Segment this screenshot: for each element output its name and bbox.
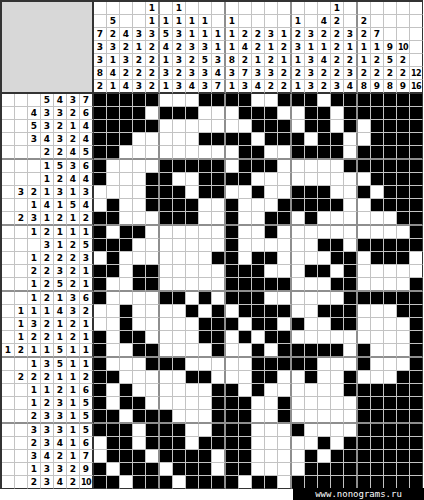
board-cell[interactable] xyxy=(212,278,226,292)
board-cell[interactable] xyxy=(278,371,292,384)
board-cell[interactable] xyxy=(410,186,423,199)
board-cell[interactable] xyxy=(212,212,226,226)
board-cell[interactable] xyxy=(146,397,160,410)
board-cell[interactable] xyxy=(252,463,265,476)
board-cell[interactable] xyxy=(384,199,397,212)
board-cell[interactable] xyxy=(344,450,358,463)
board-cell[interactable] xyxy=(371,265,384,278)
board-cell[interactable] xyxy=(173,450,186,463)
board-cell[interactable] xyxy=(212,252,226,265)
board-cell[interactable] xyxy=(239,146,252,160)
board-cell[interactable] xyxy=(133,278,146,292)
board-cell[interactable] xyxy=(410,160,423,173)
board-cell[interactable] xyxy=(212,344,226,358)
board-cell[interactable] xyxy=(331,94,344,107)
board-cell[interactable] xyxy=(397,358,410,371)
board-cell[interactable] xyxy=(173,146,186,160)
board-cell[interactable] xyxy=(358,199,371,212)
board-cell[interactable] xyxy=(120,146,133,160)
board-cell[interactable] xyxy=(146,226,160,239)
board-cell[interactable] xyxy=(239,199,252,212)
board-cell[interactable] xyxy=(239,292,252,305)
board-cell[interactable] xyxy=(160,450,173,463)
board-cell[interactable] xyxy=(107,371,120,384)
board-cell[interactable] xyxy=(371,199,384,212)
board-cell[interactable] xyxy=(252,424,265,437)
board-cell[interactable] xyxy=(331,226,344,239)
board-cell[interactable] xyxy=(397,107,410,120)
board-cell[interactable] xyxy=(278,463,292,476)
board-cell[interactable] xyxy=(94,173,107,186)
board-cell[interactable] xyxy=(410,265,423,278)
board-cell[interactable] xyxy=(265,331,278,344)
board-cell[interactable] xyxy=(252,371,265,384)
board-cell[interactable] xyxy=(120,120,133,133)
board-cell[interactable] xyxy=(146,371,160,384)
board-cell[interactable] xyxy=(384,371,397,384)
board-cell[interactable] xyxy=(384,331,397,344)
board-cell[interactable] xyxy=(160,305,173,318)
board-cell[interactable] xyxy=(410,199,423,212)
board-cell[interactable] xyxy=(107,344,120,358)
board-cell[interactable] xyxy=(292,252,305,265)
board-cell[interactable] xyxy=(397,265,410,278)
board-cell[interactable] xyxy=(344,410,358,424)
board-cell[interactable] xyxy=(410,146,423,160)
board-cell[interactable] xyxy=(199,305,212,318)
board-cell[interactable] xyxy=(292,318,305,331)
board-cell[interactable] xyxy=(212,424,226,437)
board-cell[interactable] xyxy=(410,239,423,252)
board-cell[interactable] xyxy=(212,384,226,397)
board-cell[interactable] xyxy=(133,252,146,265)
board-cell[interactable] xyxy=(344,107,358,120)
board-cell[interactable] xyxy=(212,173,226,186)
board-cell[interactable] xyxy=(358,160,371,173)
board-cell[interactable] xyxy=(410,212,423,226)
board-cell[interactable] xyxy=(226,226,239,239)
board-cell[interactable] xyxy=(358,371,371,384)
board-cell[interactable] xyxy=(133,397,146,410)
board-cell[interactable] xyxy=(397,344,410,358)
board-cell[interactable] xyxy=(212,94,226,107)
board-cell[interactable] xyxy=(160,292,173,305)
board-cell[interactable] xyxy=(358,463,371,476)
board-cell[interactable] xyxy=(173,199,186,212)
board-cell[interactable] xyxy=(265,397,278,410)
board-cell[interactable] xyxy=(292,160,305,173)
board-cell[interactable] xyxy=(160,94,173,107)
board-cell[interactable] xyxy=(239,107,252,120)
board-cell[interactable] xyxy=(265,212,278,226)
board-cell[interactable] xyxy=(239,450,252,463)
board-cell[interactable] xyxy=(305,331,318,344)
board-cell[interactable] xyxy=(160,318,173,331)
board-cell[interactable] xyxy=(292,212,305,226)
board-cell[interactable] xyxy=(94,358,107,371)
board-cell[interactable] xyxy=(133,107,146,120)
board-cell[interactable] xyxy=(186,463,199,476)
board-cell[interactable] xyxy=(410,371,423,384)
board-cell[interactable] xyxy=(371,94,384,107)
board-cell[interactable] xyxy=(120,397,133,410)
board-cell[interactable] xyxy=(344,199,358,212)
board-cell[interactable] xyxy=(331,371,344,384)
board-cell[interactable] xyxy=(107,226,120,239)
board-cell[interactable] xyxy=(94,371,107,384)
board-cell[interactable] xyxy=(160,212,173,226)
board-cell[interactable] xyxy=(120,384,133,397)
board-cell[interactable] xyxy=(265,344,278,358)
board-cell[interactable] xyxy=(94,476,107,489)
board-cell[interactable] xyxy=(120,199,133,212)
board-cell[interactable] xyxy=(107,384,120,397)
board-cell[interactable] xyxy=(252,384,265,397)
board-cell[interactable] xyxy=(94,146,107,160)
board-cell[interactable] xyxy=(226,278,239,292)
board-cell[interactable] xyxy=(146,305,160,318)
board-cell[interactable] xyxy=(410,173,423,186)
board-cell[interactable] xyxy=(146,186,160,199)
board-cell[interactable] xyxy=(292,226,305,239)
board-cell[interactable] xyxy=(226,463,239,476)
board-cell[interactable] xyxy=(133,239,146,252)
board-cell[interactable] xyxy=(239,397,252,410)
board-cell[interactable] xyxy=(160,344,173,358)
board-cell[interactable] xyxy=(120,371,133,384)
board-cell[interactable] xyxy=(371,331,384,344)
board-cell[interactable] xyxy=(160,160,173,173)
board-cell[interactable] xyxy=(318,226,331,239)
board-cell[interactable] xyxy=(107,305,120,318)
board-cell[interactable] xyxy=(265,252,278,265)
board-cell[interactable] xyxy=(212,331,226,344)
board-cell[interactable] xyxy=(358,133,371,146)
board-cell[interactable] xyxy=(239,226,252,239)
board-cell[interactable] xyxy=(252,344,265,358)
board-cell[interactable] xyxy=(305,173,318,186)
board-cell[interactable] xyxy=(371,463,384,476)
board-cell[interactable] xyxy=(384,344,397,358)
board-cell[interactable] xyxy=(265,318,278,331)
board-cell[interactable] xyxy=(384,146,397,160)
board-cell[interactable] xyxy=(318,305,331,318)
board-cell[interactable] xyxy=(344,397,358,410)
board-cell[interactable] xyxy=(107,292,120,305)
board-cell[interactable] xyxy=(199,265,212,278)
board-cell[interactable] xyxy=(252,226,265,239)
board-cell[interactable] xyxy=(331,133,344,146)
board-cell[interactable] xyxy=(186,424,199,437)
board-cell[interactable] xyxy=(358,410,371,424)
board-cell[interactable] xyxy=(252,120,265,133)
board-cell[interactable] xyxy=(305,107,318,120)
board-cell[interactable] xyxy=(107,186,120,199)
board-cell[interactable] xyxy=(384,107,397,120)
board-cell[interactable] xyxy=(120,358,133,371)
board-cell[interactable] xyxy=(146,212,160,226)
board-cell[interactable] xyxy=(120,133,133,146)
board-cell[interactable] xyxy=(133,424,146,437)
board-cell[interactable] xyxy=(278,318,292,331)
board-cell[interactable] xyxy=(265,120,278,133)
board-cell[interactable] xyxy=(358,358,371,371)
board-cell[interactable] xyxy=(239,331,252,344)
board-cell[interactable] xyxy=(397,94,410,107)
board-cell[interactable] xyxy=(305,133,318,146)
board-cell[interactable] xyxy=(371,371,384,384)
board-cell[interactable] xyxy=(318,160,331,173)
board-cell[interactable] xyxy=(186,133,199,146)
board-cell[interactable] xyxy=(120,318,133,331)
board-cell[interactable] xyxy=(384,450,397,463)
board-cell[interactable] xyxy=(410,463,423,476)
board-cell[interactable] xyxy=(239,358,252,371)
board-cell[interactable] xyxy=(146,410,160,424)
board-cell[interactable] xyxy=(252,107,265,120)
board-cell[interactable] xyxy=(358,107,371,120)
board-cell[interactable] xyxy=(199,278,212,292)
board-cell[interactable] xyxy=(344,265,358,278)
board-cell[interactable] xyxy=(318,278,331,292)
board-cell[interactable] xyxy=(212,107,226,120)
board-cell[interactable] xyxy=(305,212,318,226)
board-cell[interactable] xyxy=(146,384,160,397)
board-cell[interactable] xyxy=(133,371,146,384)
board-cell[interactable] xyxy=(344,318,358,331)
board-cell[interactable] xyxy=(252,239,265,252)
board-cell[interactable] xyxy=(173,133,186,146)
board-cell[interactable] xyxy=(252,94,265,107)
board-cell[interactable] xyxy=(265,186,278,199)
board-cell[interactable] xyxy=(199,212,212,226)
board-cell[interactable] xyxy=(173,305,186,318)
board-cell[interactable] xyxy=(278,278,292,292)
board-cell[interactable] xyxy=(186,450,199,463)
board-cell[interactable] xyxy=(186,212,199,226)
board-cell[interactable] xyxy=(292,437,305,450)
board-cell[interactable] xyxy=(292,450,305,463)
board-cell[interactable] xyxy=(410,331,423,344)
board-cell[interactable] xyxy=(410,318,423,331)
board-cell[interactable] xyxy=(120,331,133,344)
board-cell[interactable] xyxy=(397,199,410,212)
board-cell[interactable] xyxy=(318,239,331,252)
board-cell[interactable] xyxy=(305,146,318,160)
board-cell[interactable] xyxy=(278,252,292,265)
board-cell[interactable] xyxy=(278,292,292,305)
board-cell[interactable] xyxy=(186,199,199,212)
board-cell[interactable] xyxy=(292,239,305,252)
board-cell[interactable] xyxy=(292,463,305,476)
board-cell[interactable] xyxy=(397,331,410,344)
board-cell[interactable] xyxy=(212,133,226,146)
board-cell[interactable] xyxy=(292,133,305,146)
board-cell[interactable] xyxy=(278,212,292,226)
board-cell[interactable] xyxy=(278,331,292,344)
board-cell[interactable] xyxy=(226,450,239,463)
board-cell[interactable] xyxy=(265,133,278,146)
board-cell[interactable] xyxy=(107,318,120,331)
board-cell[interactable] xyxy=(252,133,265,146)
board-cell[interactable] xyxy=(186,173,199,186)
board-cell[interactable] xyxy=(305,252,318,265)
board-cell[interactable] xyxy=(384,397,397,410)
board-cell[interactable] xyxy=(252,265,265,278)
board-cell[interactable] xyxy=(186,252,199,265)
board-cell[interactable] xyxy=(160,358,173,371)
board-cell[interactable] xyxy=(410,344,423,358)
board-cell[interactable] xyxy=(318,292,331,305)
board-cell[interactable] xyxy=(212,318,226,331)
board-cell[interactable] xyxy=(94,463,107,476)
board-cell[interactable] xyxy=(239,384,252,397)
board-cell[interactable] xyxy=(239,94,252,107)
board-cell[interactable] xyxy=(265,437,278,450)
board-cell[interactable] xyxy=(212,146,226,160)
board-cell[interactable] xyxy=(410,305,423,318)
board-cell[interactable] xyxy=(384,278,397,292)
board-cell[interactable] xyxy=(120,173,133,186)
board-cell[interactable] xyxy=(133,173,146,186)
board-cell[interactable] xyxy=(120,410,133,424)
board-cell[interactable] xyxy=(107,476,120,489)
board-cell[interactable] xyxy=(146,278,160,292)
board-cell[interactable] xyxy=(173,94,186,107)
board-cell[interactable] xyxy=(397,371,410,384)
board-cell[interactable] xyxy=(278,107,292,120)
board-cell[interactable] xyxy=(265,226,278,239)
board-cell[interactable] xyxy=(94,424,107,437)
board-cell[interactable] xyxy=(94,397,107,410)
board-cell[interactable] xyxy=(292,344,305,358)
board-cell[interactable] xyxy=(120,476,133,489)
board-cell[interactable] xyxy=(371,186,384,199)
board-cell[interactable] xyxy=(397,173,410,186)
board-cell[interactable] xyxy=(146,146,160,160)
board-cell[interactable] xyxy=(371,252,384,265)
board-cell[interactable] xyxy=(94,107,107,120)
board-cell[interactable] xyxy=(226,331,239,344)
board-cell[interactable] xyxy=(305,450,318,463)
board-cell[interactable] xyxy=(107,173,120,186)
board-cell[interactable] xyxy=(226,318,239,331)
board-cell[interactable] xyxy=(397,305,410,318)
board-cell[interactable] xyxy=(344,331,358,344)
board-cell[interactable] xyxy=(318,120,331,133)
board-cell[interactable] xyxy=(358,424,371,437)
board-cell[interactable] xyxy=(344,146,358,160)
board-cell[interactable] xyxy=(292,199,305,212)
board-cell[interactable] xyxy=(410,358,423,371)
board-cell[interactable] xyxy=(173,437,186,450)
board-cell[interactable] xyxy=(120,292,133,305)
board-cell[interactable] xyxy=(371,239,384,252)
board-cell[interactable] xyxy=(410,133,423,146)
board-cell[interactable] xyxy=(160,239,173,252)
board-cell[interactable] xyxy=(212,160,226,173)
board-cell[interactable] xyxy=(212,397,226,410)
board-cell[interactable] xyxy=(252,186,265,199)
board-cell[interactable] xyxy=(371,160,384,173)
board-cell[interactable] xyxy=(160,463,173,476)
board-cell[interactable] xyxy=(252,160,265,173)
board-cell[interactable] xyxy=(226,173,239,186)
board-cell[interactable] xyxy=(186,265,199,278)
board-cell[interactable] xyxy=(226,252,239,265)
board-cell[interactable] xyxy=(358,292,371,305)
board-cell[interactable] xyxy=(133,133,146,146)
board-cell[interactable] xyxy=(133,450,146,463)
board-cell[interactable] xyxy=(120,226,133,239)
board-cell[interactable] xyxy=(318,318,331,331)
board-cell[interactable] xyxy=(186,410,199,424)
board-cell[interactable] xyxy=(265,424,278,437)
board-cell[interactable] xyxy=(252,212,265,226)
board-cell[interactable] xyxy=(107,463,120,476)
board-cell[interactable] xyxy=(278,94,292,107)
board-cell[interactable] xyxy=(265,265,278,278)
board-cell[interactable] xyxy=(120,107,133,120)
board-cell[interactable] xyxy=(199,120,212,133)
board-cell[interactable] xyxy=(292,265,305,278)
board-cell[interactable] xyxy=(318,437,331,450)
board-cell[interactable] xyxy=(146,173,160,186)
board-cell[interactable] xyxy=(160,397,173,410)
board-cell[interactable] xyxy=(384,186,397,199)
board-cell[interactable] xyxy=(199,226,212,239)
board-cell[interactable] xyxy=(146,318,160,331)
board-cell[interactable] xyxy=(239,186,252,199)
board-cell[interactable] xyxy=(344,239,358,252)
board-cell[interactable] xyxy=(305,344,318,358)
board-cell[interactable] xyxy=(331,318,344,331)
board-cell[interactable] xyxy=(252,173,265,186)
board-cell[interactable] xyxy=(384,265,397,278)
board-cell[interactable] xyxy=(133,437,146,450)
board-cell[interactable] xyxy=(120,278,133,292)
board-cell[interactable] xyxy=(186,186,199,199)
board-cell[interactable] xyxy=(318,331,331,344)
board-cell[interactable] xyxy=(344,94,358,107)
board-cell[interactable] xyxy=(226,292,239,305)
board-cell[interactable] xyxy=(397,397,410,410)
board-cell[interactable] xyxy=(239,265,252,278)
board-cell[interactable] xyxy=(371,384,384,397)
board-cell[interactable] xyxy=(371,212,384,226)
board-cell[interactable] xyxy=(239,173,252,186)
board-cell[interactable] xyxy=(107,410,120,424)
board-cell[interactable] xyxy=(318,450,331,463)
board-cell[interactable] xyxy=(384,384,397,397)
board-cell[interactable] xyxy=(252,318,265,331)
board-cell[interactable] xyxy=(239,437,252,450)
board-cell[interactable] xyxy=(239,239,252,252)
board-cell[interactable] xyxy=(133,344,146,358)
board-cell[interactable] xyxy=(371,344,384,358)
board-cell[interactable] xyxy=(292,186,305,199)
board-cell[interactable] xyxy=(107,133,120,146)
board-cell[interactable] xyxy=(94,186,107,199)
board-cell[interactable] xyxy=(358,305,371,318)
board-cell[interactable] xyxy=(252,410,265,424)
board-cell[interactable] xyxy=(410,94,423,107)
board-cell[interactable] xyxy=(265,239,278,252)
board-cell[interactable] xyxy=(212,437,226,450)
board-cell[interactable] xyxy=(107,120,120,133)
board-cell[interactable] xyxy=(160,384,173,397)
board-cell[interactable] xyxy=(133,292,146,305)
